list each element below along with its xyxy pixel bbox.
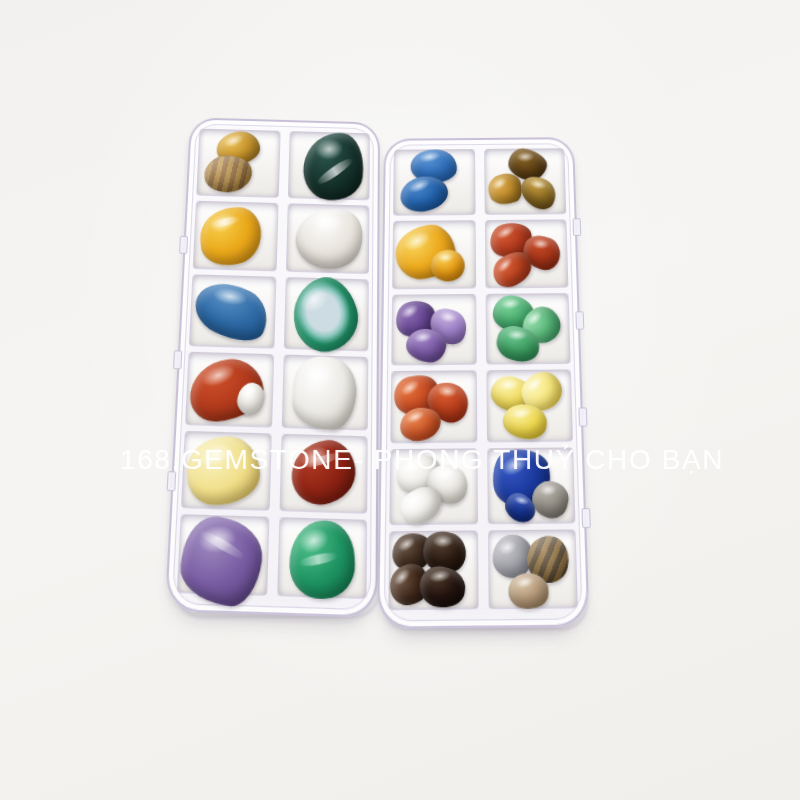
compartment-right-tray-8 — [486, 369, 573, 443]
stone-highlight — [529, 178, 548, 191]
compartment-right-tray-7 — [390, 370, 477, 444]
compartment-left-tray-8 — [281, 354, 368, 431]
stone-highlight — [212, 285, 250, 307]
stone-highlight — [506, 329, 527, 341]
compartment-right-tray-4 — [484, 219, 568, 288]
right-tray — [377, 137, 590, 629]
stone-green-agate — [285, 270, 367, 359]
compartment-right-tray-6 — [485, 293, 571, 364]
stone-highlight — [418, 150, 441, 164]
compartment-left-tray-3 — [193, 200, 278, 271]
stone-highlight — [438, 311, 458, 325]
stone-highlight — [397, 376, 422, 399]
compartment-right-tray-2 — [484, 148, 567, 215]
stone-highlight — [437, 384, 458, 398]
compartment-left-tray-1 — [196, 129, 280, 198]
stone-white-banded-agate — [289, 197, 370, 279]
stone-highlight — [427, 569, 450, 585]
stone-highlight — [243, 385, 256, 396]
stone-highlight — [296, 281, 334, 318]
compartment-left-tray-11 — [177, 514, 269, 596]
compartment-left-tray-12 — [277, 517, 367, 600]
left-tray-grid — [177, 129, 370, 599]
compartment-right-tray-11 — [388, 531, 478, 611]
stone-blue-aventurine — [188, 271, 276, 351]
left-tray — [165, 117, 380, 618]
hinge-tab — [578, 407, 587, 426]
right-tray-grid — [388, 148, 578, 610]
compartment-right-tray-12 — [487, 530, 578, 610]
stone-highlight — [405, 408, 427, 426]
stone-mixed-agate-tiger-eye — [507, 572, 549, 610]
stone-highlight — [199, 360, 238, 391]
stone-highlight — [413, 330, 433, 343]
stone-amethyst — [176, 512, 267, 610]
stone-clear-quartz — [290, 353, 359, 431]
compartment-right-tray-3 — [392, 220, 475, 289]
stone-highlight — [513, 495, 529, 507]
stone-highlight — [509, 405, 531, 420]
stone-highlight — [312, 210, 344, 232]
stone-highlight — [500, 297, 521, 310]
compartment-left-tray-7 — [185, 351, 274, 428]
stone-highlight — [524, 374, 546, 395]
stone-highlight — [514, 575, 535, 591]
stone-highlight — [495, 255, 515, 275]
stone-highlight — [496, 536, 519, 557]
compartment-right-tray-5 — [391, 294, 476, 365]
stone-highlight — [222, 132, 245, 150]
compartment-left-tray-2 — [287, 131, 370, 200]
stone-yellow-agate — [199, 205, 263, 266]
stone-highlight — [433, 535, 454, 548]
stone-tiger-eye — [204, 155, 253, 193]
stone-highlight — [494, 224, 517, 243]
stone-highlight — [540, 484, 558, 497]
stone-highlight — [395, 535, 417, 556]
compartment-left-tray-6 — [283, 277, 369, 351]
stone-highlight — [406, 177, 431, 196]
stone-highlight — [399, 301, 421, 321]
stone-highlight — [437, 252, 454, 263]
stone-highlight — [303, 360, 337, 388]
stone-highlight — [516, 151, 535, 161]
stone-highlight — [314, 136, 345, 161]
compartment-left-tray-4 — [285, 203, 369, 274]
watermark-text: 168.GEMSTONE- PHONG THUỶ CHO BẠN — [120, 444, 724, 476]
stone-highlight — [498, 378, 519, 391]
compartment-left-tray-5 — [189, 274, 276, 348]
stone-highlight — [391, 566, 412, 589]
hinge-tab — [573, 219, 582, 237]
hinge-tab — [581, 508, 590, 528]
compartment-right-tray-1 — [393, 149, 475, 216]
hinge-tab — [173, 350, 182, 369]
stone-highlight — [490, 175, 509, 192]
stone-highlight — [401, 226, 434, 254]
hinge-tab — [179, 236, 188, 254]
stone-highlight — [531, 238, 549, 250]
hinge-tab — [575, 311, 584, 330]
stone-smoky-quartz-chips — [417, 564, 467, 610]
